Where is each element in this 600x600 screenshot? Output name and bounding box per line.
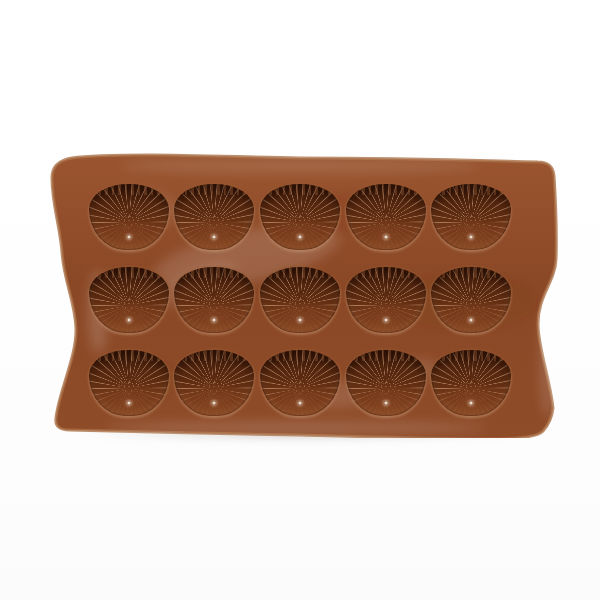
specular-dot bbox=[469, 318, 473, 322]
shell-ridge-crinkle bbox=[181, 350, 248, 361]
shell-ridge-crinkle bbox=[438, 267, 505, 278]
mold-cell bbox=[428, 341, 514, 424]
shell-cavity bbox=[89, 267, 169, 333]
mold-cell bbox=[86, 175, 172, 258]
mold-tray bbox=[46, 152, 558, 438]
mold-cell bbox=[86, 258, 172, 341]
specular-dot bbox=[384, 401, 388, 405]
shell-cavity bbox=[346, 350, 426, 416]
shell-ridge-crinkle bbox=[352, 350, 419, 361]
specular-dot bbox=[469, 235, 473, 239]
shell-cavity bbox=[174, 350, 254, 416]
mold-cell bbox=[86, 341, 172, 424]
specular-dot bbox=[298, 401, 302, 405]
shell-cavity bbox=[260, 267, 340, 333]
mold-cell bbox=[343, 341, 429, 424]
mold-cell bbox=[428, 258, 514, 341]
specular-dot bbox=[384, 235, 388, 239]
specular-dot bbox=[212, 235, 216, 239]
shell-cavity bbox=[174, 184, 254, 250]
shell-cavity bbox=[431, 267, 511, 333]
specular-dot bbox=[212, 401, 216, 405]
mold-cell bbox=[172, 341, 258, 424]
shell-cavity bbox=[260, 350, 340, 416]
shell-ridge-crinkle bbox=[352, 267, 419, 278]
mold-cell bbox=[343, 258, 429, 341]
shell-cavity bbox=[431, 350, 511, 416]
shell-ridge-crinkle bbox=[352, 184, 419, 195]
specular-dot bbox=[384, 318, 388, 322]
shell-ridge-crinkle bbox=[438, 350, 505, 361]
specular-dot bbox=[298, 235, 302, 239]
specular-dot bbox=[469, 401, 473, 405]
shell-cavity bbox=[260, 184, 340, 250]
mold-cell bbox=[172, 175, 258, 258]
shell-ridge-crinkle bbox=[438, 184, 505, 195]
shell-cavity bbox=[174, 267, 254, 333]
mold-cell bbox=[257, 175, 343, 258]
shell-ridge-crinkle bbox=[95, 350, 162, 361]
shell-ridge-crinkle bbox=[95, 267, 162, 278]
shell-ridge-crinkle bbox=[95, 184, 162, 195]
mold-cell bbox=[428, 175, 514, 258]
shell-cavity bbox=[89, 184, 169, 250]
shell-ridge-crinkle bbox=[266, 350, 333, 361]
shell-ridge-crinkle bbox=[266, 184, 333, 195]
specular-dot bbox=[127, 401, 131, 405]
cavity-grid bbox=[86, 175, 514, 424]
shell-cavity bbox=[346, 184, 426, 250]
specular-dot bbox=[127, 318, 131, 322]
shell-cavity bbox=[89, 350, 169, 416]
shell-ridge-crinkle bbox=[181, 267, 248, 278]
specular-dot bbox=[298, 318, 302, 322]
shell-cavity bbox=[431, 184, 511, 250]
mold-cell bbox=[172, 258, 258, 341]
specular-dot bbox=[212, 318, 216, 322]
mold-cell bbox=[257, 341, 343, 424]
specular-dot bbox=[127, 235, 131, 239]
shell-cavity bbox=[346, 267, 426, 333]
photo-canvas bbox=[0, 0, 600, 600]
shell-ridge-crinkle bbox=[181, 184, 248, 195]
mold-cell bbox=[343, 175, 429, 258]
shell-ridge-crinkle bbox=[266, 267, 333, 278]
mold-cell bbox=[257, 258, 343, 341]
